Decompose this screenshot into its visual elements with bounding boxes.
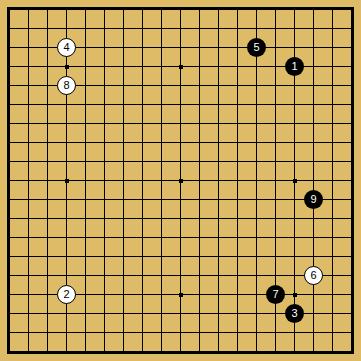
stone-white-4: 4 xyxy=(57,38,76,57)
stone-white-8: 8 xyxy=(57,76,76,95)
stone-white-6: 6 xyxy=(304,266,323,285)
star-point xyxy=(65,179,69,183)
stone-black-7: 7 xyxy=(266,285,285,304)
star-point xyxy=(293,293,297,297)
stone-black-9: 9 xyxy=(304,190,323,209)
star-point xyxy=(179,293,183,297)
star-point xyxy=(179,65,183,69)
star-point xyxy=(293,179,297,183)
stone-black-5: 5 xyxy=(247,38,266,57)
stone-white-2: 2 xyxy=(57,285,76,304)
star-point xyxy=(179,179,183,183)
stone-black-3: 3 xyxy=(285,304,304,323)
stone-black-1: 1 xyxy=(285,57,304,76)
go-board[interactable]: 123456789 xyxy=(0,0,361,361)
star-point xyxy=(65,65,69,69)
